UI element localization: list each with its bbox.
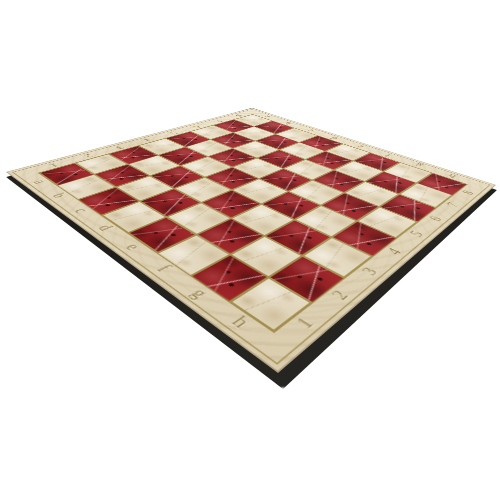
chess-board: abcdefgh12345678abcdefgh12345678 — [6, 108, 496, 373]
scene: abcdefgh12345678abcdefgh12345678 — [0, 0, 500, 500]
